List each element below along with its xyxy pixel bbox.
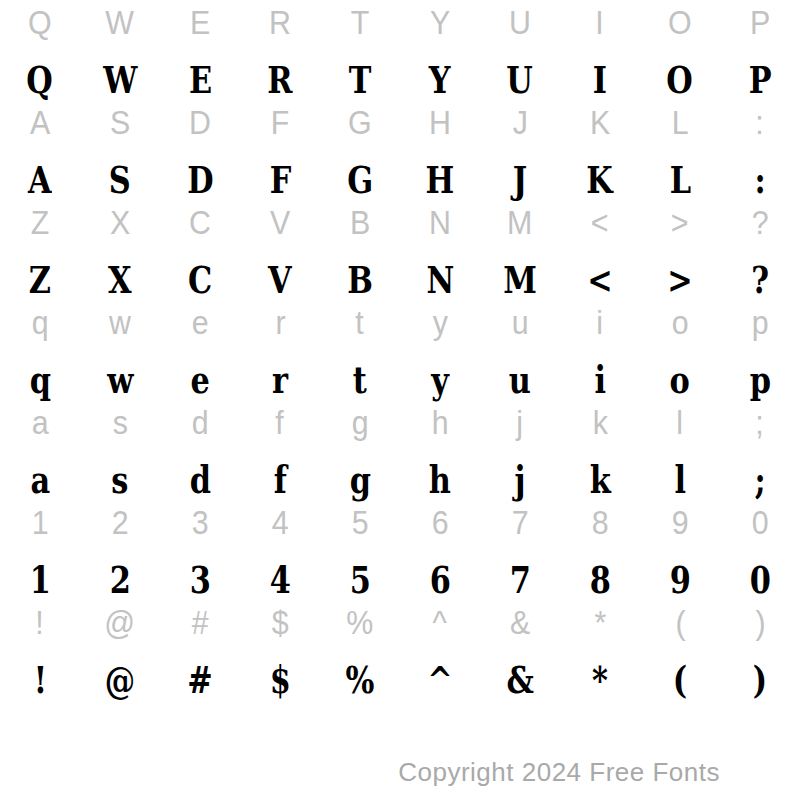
- row-uppercase-bottom-display: ZXCVBNM<>?: [0, 254, 800, 306]
- glyph-char: j: [515, 461, 526, 499]
- glyph-cell-preview: J: [512, 106, 529, 139]
- glyph-cell-preview: a: [31, 406, 49, 439]
- glyph-char: 1: [32, 506, 49, 539]
- glyph-char: G: [347, 161, 373, 199]
- glyph-char: :: [756, 106, 764, 139]
- glyph-cell-display: 2: [107, 561, 133, 599]
- glyph-cell-display: #: [184, 661, 216, 699]
- glyph-char: l: [677, 406, 684, 439]
- glyph-cell-preview: !: [35, 606, 44, 639]
- glyph-cell-display: A: [25, 161, 54, 199]
- glyph-char: q: [29, 361, 50, 399]
- glyph-char: C: [189, 206, 211, 239]
- glyph-char: t: [356, 306, 364, 339]
- glyph-cell-display: j: [513, 461, 527, 499]
- glyph-cell-display: $: [267, 661, 293, 699]
- glyph-char: i: [594, 361, 606, 399]
- glyph-cell-display: U: [503, 61, 536, 99]
- glyph-cell-preview: l: [676, 406, 683, 439]
- glyph-char: y: [431, 361, 449, 399]
- glyph-char: 3: [189, 561, 210, 599]
- glyph-cell-display: V: [265, 261, 294, 299]
- glyph-char: a: [32, 406, 49, 439]
- glyph-cell-preview: O: [667, 6, 693, 39]
- glyph-cell-preview: 6: [431, 506, 449, 539]
- glyph-cell-display: Z: [26, 261, 54, 299]
- glyph-cell-preview: H: [428, 106, 452, 139]
- glyph-char: r: [272, 361, 288, 399]
- glyph-char: 5: [352, 506, 369, 539]
- glyph-cell-display: (: [671, 661, 689, 699]
- glyph-cell-display: 8: [587, 561, 613, 599]
- glyph-char: B: [347, 261, 373, 299]
- row-uppercase-top-display: QWERTYUIOP: [0, 54, 800, 106]
- glyph-char: ;: [756, 406, 764, 439]
- glyph-char: V: [268, 261, 292, 299]
- specimen-grid: QWERTYUIOPQWERTYUIOPASDFGHJKL:ASDFGHJKL:…: [0, 0, 800, 720]
- glyph-char: Q: [28, 6, 52, 39]
- glyph-cell-preview: y: [432, 306, 449, 339]
- glyph-char: o: [670, 361, 690, 399]
- glyph-char: E: [188, 61, 211, 99]
- glyph-char: L: [669, 161, 690, 199]
- glyph-char: ): [755, 606, 765, 639]
- copyright-watermark: Copyright 2024 Free Fonts: [0, 757, 720, 788]
- glyph-cell-preview: u: [511, 306, 529, 339]
- glyph-cell-preview: >: [670, 206, 689, 239]
- glyph-char: y: [432, 306, 447, 339]
- glyph-char: #: [192, 606, 209, 639]
- glyph-cell-display: p: [747, 361, 774, 399]
- glyph-char: V: [270, 206, 290, 239]
- glyph-char: p: [752, 306, 769, 339]
- glyph-char: I: [593, 61, 607, 99]
- glyph-char: 9: [672, 506, 689, 539]
- glyph-cell-preview: 9: [671, 506, 689, 539]
- glyph-char: A: [30, 106, 50, 139]
- glyph-char: 9: [669, 561, 690, 599]
- glyph-char: @: [105, 606, 136, 639]
- glyph-char: &: [506, 661, 533, 699]
- glyph-cell-display: E: [186, 61, 215, 99]
- glyph-cell-display: *: [590, 661, 610, 699]
- glyph-cell-display: r: [270, 361, 290, 399]
- glyph-char: Z: [29, 261, 51, 299]
- glyph-cell-display: S: [106, 161, 133, 199]
- glyph-cell-display: y: [429, 361, 451, 399]
- glyph-char: W: [106, 6, 135, 39]
- glyph-cell-display: >: [664, 261, 696, 299]
- glyph-cell-preview: s: [112, 406, 129, 439]
- glyph-char: *: [592, 661, 608, 699]
- glyph-cell-preview: T: [350, 6, 370, 39]
- glyph-cell-display: F: [267, 161, 294, 199]
- glyph-cell-display: P: [746, 61, 775, 99]
- glyph-char: q: [32, 306, 49, 339]
- glyph-char: Z: [31, 206, 50, 239]
- glyph-cell-display: u: [506, 361, 534, 399]
- glyph-cell-preview: F: [270, 106, 290, 139]
- glyph-cell-preview: 5: [351, 506, 369, 539]
- glyph-char: D: [187, 161, 213, 199]
- glyph-char: >: [667, 261, 692, 299]
- glyph-char: M: [507, 206, 532, 239]
- glyph-cell-display: q: [27, 361, 54, 399]
- glyph-cell-preview: &: [509, 606, 531, 639]
- glyph-char: $: [272, 606, 289, 639]
- glyph-char: T: [351, 6, 370, 39]
- glyph-char: U: [509, 6, 531, 39]
- glyph-cell-display: g: [347, 461, 374, 499]
- glyph-char: 4: [272, 506, 289, 539]
- glyph-cell-display: ^: [424, 661, 456, 699]
- glyph-cell-display: f: [272, 461, 288, 499]
- glyph-char: B: [350, 206, 370, 239]
- glyph-cell-preview: 2: [111, 506, 129, 539]
- glyph-cell-preview: @: [103, 606, 137, 639]
- glyph-char: R: [269, 6, 291, 39]
- glyph-cell-display: 5: [347, 561, 373, 599]
- glyph-char: F: [271, 106, 290, 139]
- glyph-cell-preview: W: [104, 6, 135, 39]
- glyph-cell-preview: A: [29, 106, 51, 139]
- row-lowercase-top-display: qwertyuiop: [0, 354, 800, 406]
- glyph-char: D: [189, 106, 211, 139]
- glyph-char: f: [276, 406, 284, 439]
- glyph-cell-preview: w: [108, 306, 132, 339]
- glyph-char: Q: [27, 61, 53, 99]
- glyph-char: d: [192, 406, 209, 439]
- glyph-char: i: [597, 306, 604, 339]
- glyph-cell-display: 9: [667, 561, 693, 599]
- glyph-char: *: [594, 606, 606, 639]
- glyph-cell-preview: <: [590, 206, 609, 239]
- glyph-char: (: [675, 606, 685, 639]
- glyph-cell-preview: P: [749, 6, 771, 39]
- glyph-char: 0: [749, 561, 770, 599]
- glyph-char: w: [107, 361, 133, 399]
- row-uppercase-top-preview: QWERTYUIOP: [0, 0, 800, 44]
- glyph-cell-preview: E: [189, 6, 211, 39]
- glyph-cell-preview: S: [109, 106, 131, 139]
- glyph-char: s: [111, 461, 128, 499]
- glyph-cell-display: @: [101, 661, 139, 699]
- glyph-cell-display: %: [342, 661, 378, 699]
- glyph-cell-preview: k: [592, 406, 609, 439]
- glyph-cell-display: O: [663, 61, 696, 99]
- glyph-char: j: [517, 406, 524, 439]
- glyph-cell-display: J: [511, 161, 529, 199]
- glyph-cell-display: 4: [267, 561, 293, 599]
- glyph-char: M: [503, 261, 537, 299]
- glyph-cell-display: e: [188, 361, 212, 399]
- font-specimen-sheet: QWERTYUIOPQWERTYUIOPASDFGHJKL:ASDFGHJKL:…: [0, 0, 800, 800]
- glyph-cell-display: Y: [426, 61, 453, 99]
- glyph-char: 0: [752, 506, 769, 539]
- glyph-cell-preview: j: [516, 406, 523, 439]
- glyph-cell-display: ?: [749, 261, 771, 299]
- glyph-char: %: [346, 661, 375, 699]
- glyph-char: w: [109, 306, 131, 339]
- glyph-char: t: [353, 361, 367, 399]
- glyph-cell-display: T: [346, 61, 374, 99]
- glyph-cell-display: a: [28, 461, 53, 499]
- glyph-char: W: [103, 61, 137, 99]
- glyph-char: ^: [427, 661, 452, 699]
- glyph-char: ;: [754, 461, 765, 499]
- glyph-char: K: [590, 106, 610, 139]
- glyph-cell-display: o: [667, 361, 692, 399]
- glyph-cell-preview: $: [271, 606, 289, 639]
- glyph-cell-display: ;: [753, 461, 767, 499]
- glyph-char: <: [591, 206, 609, 239]
- glyph-cell-display: M: [499, 261, 541, 299]
- glyph-cell-preview: K: [589, 106, 611, 139]
- glyph-char: (: [673, 661, 687, 699]
- glyph-cell-preview: 1: [31, 506, 49, 539]
- glyph-char: >: [671, 206, 689, 239]
- glyph-cell-preview: V: [269, 206, 291, 239]
- glyph-char: 2: [112, 506, 129, 539]
- glyph-cell-display: K: [583, 161, 616, 199]
- glyph-cell-display: l: [673, 461, 687, 499]
- glyph-cell-display: Q: [23, 61, 56, 99]
- glyph-char: ?: [751, 261, 769, 299]
- glyph-cell-display: N: [423, 261, 458, 299]
- glyph-cell-display: 0: [747, 561, 773, 599]
- glyph-cell-display: s: [109, 461, 130, 499]
- glyph-cell-display: &: [503, 661, 537, 699]
- glyph-char: P: [750, 6, 770, 39]
- glyph-cell-display: 3: [187, 561, 213, 599]
- glyph-cell-display: C: [185, 261, 215, 299]
- glyph-char: $: [269, 661, 290, 699]
- glyph-cell-preview: 8: [591, 506, 609, 539]
- glyph-char: 6: [432, 506, 449, 539]
- row-uppercase-home-preview: ASDFGHJKL:: [0, 100, 800, 144]
- glyph-char: e: [190, 361, 209, 399]
- glyph-cell-preview: h: [431, 406, 449, 439]
- glyph-cell-preview: q: [31, 306, 49, 339]
- glyph-cell-display: k: [587, 461, 613, 499]
- glyph-cell-display: I: [591, 61, 609, 99]
- glyph-char: l: [674, 461, 686, 499]
- glyph-cell-display: i: [593, 361, 607, 399]
- glyph-cell-display: 1: [27, 561, 53, 599]
- glyph-char: r: [275, 306, 285, 339]
- glyph-char: 8: [589, 561, 610, 599]
- glyph-char: S: [110, 106, 130, 139]
- glyph-char: :: [754, 161, 765, 199]
- glyph-char: 7: [509, 561, 530, 599]
- glyph-char: N: [429, 206, 451, 239]
- glyph-cell-display: d: [187, 461, 214, 499]
- glyph-char: R: [267, 61, 292, 99]
- glyph-cell-preview: L: [671, 106, 689, 139]
- row-digits-preview: 1234567890: [0, 500, 800, 544]
- glyph-cell-preview: ): [755, 606, 766, 639]
- glyph-char: N: [426, 261, 454, 299]
- glyph-char: S: [109, 161, 131, 199]
- glyph-char: o: [672, 306, 689, 339]
- glyph-char: T: [349, 61, 372, 99]
- glyph-cell-preview: Z: [30, 206, 50, 239]
- glyph-char: 5: [349, 561, 370, 599]
- glyph-char: L: [672, 106, 689, 139]
- glyph-cell-preview: r: [275, 306, 286, 339]
- row-uppercase-home-display: ASDFGHJKL:: [0, 154, 800, 206]
- glyph-cell-preview: U: [508, 6, 532, 39]
- glyph-char: ?: [752, 206, 769, 239]
- glyph-cell-preview: %: [345, 606, 374, 639]
- glyph-cell-preview: i: [596, 306, 603, 339]
- row-uppercase-bottom-preview: ZXCVBNM<>?: [0, 200, 800, 244]
- glyph-cell-preview: 3: [191, 506, 209, 539]
- glyph-cell-display: X: [105, 261, 134, 299]
- glyph-cell-display: G: [344, 161, 376, 199]
- row-digits-display: 1234567890: [0, 554, 800, 606]
- glyph-cell-preview: X: [109, 206, 131, 239]
- glyph-cell-display: ): [751, 661, 769, 699]
- glyph-cell-preview: D: [188, 106, 212, 139]
- glyph-cell-preview: 7: [511, 506, 529, 539]
- row-lowercase-home-display: asdfghjkl;: [0, 454, 800, 506]
- glyph-char: 6: [429, 561, 450, 599]
- glyph-char: Y: [429, 61, 451, 99]
- glyph-char: <: [587, 261, 612, 299]
- row-symbols-display: !@#$%^&*(): [0, 654, 800, 706]
- glyph-char: h: [429, 461, 451, 499]
- glyph-char: O: [668, 6, 692, 39]
- glyph-char: X: [110, 206, 130, 239]
- glyph-char: X: [108, 261, 132, 299]
- glyph-char: E: [190, 6, 210, 39]
- glyph-cell-display: B: [344, 261, 376, 299]
- glyph-char: 7: [512, 506, 529, 539]
- glyph-char: I: [596, 6, 604, 39]
- row-lowercase-home-preview: asdfghjkl;: [0, 400, 800, 444]
- glyph-cell-preview: C: [188, 206, 212, 239]
- glyph-char: @: [105, 661, 135, 699]
- glyph-cell-display: L: [667, 161, 694, 199]
- glyph-char: ): [753, 661, 767, 699]
- glyph-cell-display: H: [422, 161, 458, 199]
- glyph-char: P: [749, 61, 772, 99]
- glyph-cell-preview: (: [675, 606, 686, 639]
- glyph-char: Y: [430, 6, 450, 39]
- glyph-cell-display: W: [99, 61, 142, 99]
- glyph-char: g: [352, 406, 369, 439]
- glyph-char: p: [749, 361, 770, 399]
- glyph-cell-preview: ;: [755, 406, 764, 439]
- glyph-cell-preview: N: [428, 206, 452, 239]
- glyph-char: e: [192, 306, 209, 339]
- glyph-char: ^: [433, 606, 447, 639]
- glyph-char: &: [510, 606, 530, 639]
- glyph-cell-preview: o: [671, 306, 689, 339]
- glyph-cell-preview: ^: [432, 606, 448, 639]
- glyph-cell-preview: p: [751, 306, 769, 339]
- glyph-char: G: [348, 106, 372, 139]
- glyph-char: !: [33, 661, 46, 699]
- glyph-char: k: [592, 406, 607, 439]
- glyph-cell-preview: Q: [27, 6, 53, 39]
- glyph-char: a: [30, 461, 50, 499]
- glyph-cell-preview: G: [347, 106, 373, 139]
- glyph-char: H: [426, 161, 455, 199]
- glyph-cell-preview: 4: [271, 506, 289, 539]
- glyph-cell-display: :: [753, 161, 767, 199]
- glyph-cell-preview: *: [594, 606, 607, 639]
- glyph-char: #: [187, 661, 212, 699]
- glyph-char: F: [269, 161, 291, 199]
- glyph-char: u: [509, 361, 531, 399]
- glyph-char: 4: [269, 561, 290, 599]
- glyph-char: 2: [109, 561, 130, 599]
- glyph-cell-display: 6: [427, 561, 453, 599]
- glyph-char: g: [349, 461, 370, 499]
- glyph-char: U: [507, 61, 534, 99]
- row-symbols-preview: !@#$%^&*(): [0, 600, 800, 644]
- glyph-cell-display: 7: [507, 561, 533, 599]
- glyph-char: 3: [192, 506, 209, 539]
- glyph-char: h: [432, 406, 449, 439]
- glyph-cell-display: h: [426, 461, 454, 499]
- glyph-char: !: [36, 606, 44, 639]
- glyph-cell-preview: I: [595, 6, 604, 39]
- glyph-cell-preview: :: [755, 106, 764, 139]
- glyph-cell-preview: R: [268, 6, 292, 39]
- glyph-cell-preview: M: [506, 206, 534, 239]
- glyph-cell-preview: ?: [751, 206, 769, 239]
- glyph-cell-preview: g: [351, 406, 369, 439]
- glyph-char: f: [273, 461, 286, 499]
- glyph-char: 8: [592, 506, 609, 539]
- glyph-char: k: [589, 461, 610, 499]
- glyph-char: d: [189, 461, 210, 499]
- glyph-cell-display: D: [184, 161, 217, 199]
- glyph-cell-display: t: [351, 361, 369, 399]
- glyph-cell-preview: #: [191, 606, 209, 639]
- glyph-char: %: [347, 606, 374, 639]
- glyph-char: O: [667, 61, 693, 99]
- glyph-cell-display: R: [264, 61, 296, 99]
- glyph-cell-preview: e: [191, 306, 209, 339]
- glyph-cell-preview: d: [191, 406, 209, 439]
- row-lowercase-top-preview: qwertyuiop: [0, 300, 800, 344]
- glyph-cell-display: !: [32, 661, 49, 699]
- glyph-cell-preview: Y: [429, 6, 451, 39]
- glyph-cell-display: <: [584, 261, 616, 299]
- glyph-char: u: [512, 306, 529, 339]
- glyph-char: H: [429, 106, 451, 139]
- glyph-cell-display: w: [104, 361, 137, 399]
- glyph-cell-preview: 0: [751, 506, 769, 539]
- glyph-cell-preview: f: [275, 406, 284, 439]
- glyph-char: A: [28, 161, 52, 199]
- glyph-char: K: [587, 161, 613, 199]
- glyph-char: J: [513, 161, 527, 199]
- glyph-cell-preview: t: [355, 306, 364, 339]
- glyph-cell-preview: B: [349, 206, 371, 239]
- glyph-char: s: [112, 406, 127, 439]
- glyph-char: J: [512, 106, 527, 139]
- glyph-char: C: [188, 261, 212, 299]
- glyph-char: 1: [29, 561, 50, 599]
